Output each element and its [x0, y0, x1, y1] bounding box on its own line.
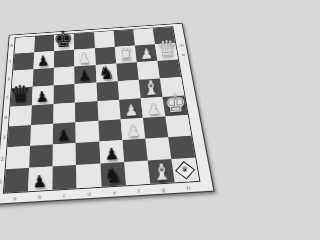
white-pawn-g4[interactable]: ♟ [146, 102, 161, 118]
square-f1[interactable] [124, 161, 150, 186]
rank-label-2: 2 [0, 156, 4, 162]
square-g7[interactable]: ♟ [135, 44, 158, 62]
file-label-b: b [38, 194, 42, 200]
square-e8[interactable] [94, 31, 115, 48]
square-f5[interactable] [117, 80, 140, 100]
white-rook-f7[interactable]: ♜ [118, 46, 134, 64]
white-pawn-g7[interactable]: ♟ [140, 47, 154, 62]
rank-label-8: 8 [10, 43, 13, 47]
square-h1[interactable]: ♛ [171, 158, 199, 183]
square-c5[interactable] [54, 84, 76, 104]
white-queen-h7[interactable]: ♛ [156, 37, 178, 61]
square-d7[interactable]: ♟ [74, 48, 95, 66]
white-bishop-g5[interactable]: ♝ [141, 77, 160, 98]
square-a3[interactable] [7, 125, 31, 147]
square-g8[interactable] [133, 28, 155, 45]
square-b4[interactable] [31, 104, 53, 125]
square-c1[interactable] [52, 165, 76, 190]
black-king-c8[interactable]: ♚ [53, 28, 74, 51]
square-d5[interactable] [75, 83, 97, 103]
white-bishop-g1[interactable]: ♝ [151, 160, 172, 183]
board-frame: ♚♟♟♜♟♛♟♞♛♟♝♟♟♚♟♟♟♟♞♝♛ abcdefgh 87654321 … [0, 23, 200, 200]
square-d1[interactable] [76, 163, 101, 188]
square-h4[interactable]: ♚ [162, 96, 187, 117]
white-pawn-f4[interactable]: ♟ [124, 103, 139, 119]
square-f7[interactable]: ♜ [115, 46, 137, 64]
black-queen-a5[interactable]: ♛ [9, 82, 31, 107]
square-c2[interactable] [53, 143, 77, 166]
file-label-h: h [186, 185, 191, 192]
file-label-e: e [113, 189, 117, 196]
square-a7[interactable] [13, 52, 34, 70]
photo-scene: ♚♟♟♜♟♛♟♞♛♟♝♟♟♚♟♟♟♟♞♝♛ abcdefgh 87654321 … [0, 0, 200, 200]
square-d4[interactable] [75, 101, 98, 122]
file-label-g: g [161, 186, 165, 193]
square-f3[interactable]: ♟ [120, 118, 145, 140]
white-pawn-f3[interactable]: ♟ [125, 123, 140, 140]
white-king-h4[interactable]: ♚ [164, 91, 187, 117]
black-knight-e6[interactable]: ♞ [97, 63, 114, 82]
file-label-f: f [137, 188, 140, 194]
square-c4[interactable] [53, 103, 75, 124]
square-b1[interactable]: ♟ [28, 166, 53, 191]
square-c8[interactable]: ♚ [54, 34, 74, 51]
square-a5[interactable]: ♛ [10, 87, 32, 107]
board-maker-logo: ♛ [175, 161, 195, 180]
square-e2[interactable]: ♟ [99, 140, 124, 163]
square-f4[interactable]: ♟ [119, 98, 143, 119]
black-pawn-c3[interactable]: ♟ [57, 128, 72, 144]
black-pawn-b1[interactable]: ♟ [32, 174, 48, 191]
black-knight-e1[interactable]: ♞ [103, 164, 123, 186]
rank-label-4: 4 [4, 114, 8, 119]
square-c7[interactable] [54, 50, 75, 68]
square-c6[interactable] [54, 66, 75, 85]
file-label-a: a [13, 195, 17, 200]
square-e5[interactable] [96, 81, 119, 101]
square-g5[interactable]: ♝ [138, 78, 162, 98]
rank-label-3: 3 [2, 135, 6, 141]
square-b5[interactable]: ♟ [32, 85, 54, 105]
square-h2[interactable] [168, 136, 195, 159]
square-b2[interactable] [29, 144, 53, 167]
square-h6[interactable] [157, 59, 181, 78]
square-d6[interactable]: ♟ [75, 65, 96, 84]
square-a1[interactable] [4, 168, 29, 193]
square-d2[interactable] [76, 142, 100, 165]
square-e1[interactable]: ♞ [100, 162, 126, 187]
file-label-c: c [63, 192, 66, 199]
black-pawn-b5[interactable]: ♟ [35, 90, 49, 106]
square-a8[interactable] [14, 36, 35, 53]
square-a2[interactable] [6, 146, 30, 169]
square-g3[interactable] [143, 116, 168, 138]
square-b8[interactable] [34, 35, 54, 52]
rank-label-5: 5 [6, 95, 9, 100]
square-g2[interactable] [145, 137, 171, 160]
square-b7[interactable]: ♟ [34, 51, 55, 69]
black-pawn-e2[interactable]: ♟ [104, 146, 119, 163]
square-c3[interactable]: ♟ [53, 122, 76, 144]
rank-label-1: 1 [0, 179, 3, 185]
square-d8[interactable] [74, 32, 94, 49]
square-g4[interactable]: ♟ [141, 97, 166, 118]
square-e6[interactable]: ♞ [95, 64, 117, 83]
square-g1[interactable]: ♝ [147, 159, 174, 184]
board-grid: ♚♟♟♜♟♛♟♞♛♟♝♟♟♚♟♟♟♟♞♝♛ [3, 26, 200, 194]
black-pawn-b7[interactable]: ♟ [37, 54, 50, 69]
square-a4[interactable] [9, 105, 32, 126]
square-f2[interactable] [122, 139, 147, 162]
black-pawn-d6[interactable]: ♟ [78, 69, 92, 84]
square-e4[interactable] [97, 100, 120, 121]
square-h3[interactable] [165, 115, 191, 137]
white-pawn-d7[interactable]: ♟ [78, 51, 91, 66]
square-f6[interactable] [116, 62, 139, 81]
square-b6[interactable] [33, 68, 54, 87]
square-e3[interactable] [98, 119, 122, 141]
file-label-d: d [87, 191, 91, 198]
square-b3[interactable] [30, 124, 53, 146]
square-d3[interactable] [76, 121, 99, 143]
square-h7[interactable]: ♛ [155, 43, 178, 61]
chess-board: ♚♟♟♜♟♛♟♞♛♟♝♟♟♚♟♟♟♟♞♝♛ abcdefgh 87654321 … [0, 23, 200, 200]
rank-label-7: 7 [9, 60, 12, 65]
